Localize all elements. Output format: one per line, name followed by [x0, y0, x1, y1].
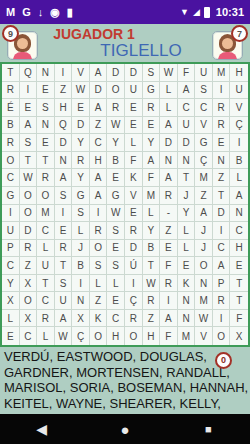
- grid-cell-r12c4[interactable]: T: [55, 257, 73, 275]
- home-button[interactable]: ●: [83, 421, 166, 438]
- signal-icon: ◢: [193, 8, 200, 17]
- grid-cell-r12c8[interactable]: Ú: [125, 257, 143, 275]
- grid-cell-r12c9[interactable]: T: [143, 257, 161, 275]
- grid-cell-r9c5[interactable]: S: [72, 205, 90, 223]
- grid-cell-r6c2[interactable]: T: [20, 152, 38, 170]
- grid-cell-r4c14[interactable]: Ç: [230, 117, 248, 135]
- grid-cell-r8c12[interactable]: Z: [195, 187, 213, 205]
- nav-bar: ◀ ● ■: [0, 414, 250, 444]
- grid-cell-r10c10[interactable]: Z: [160, 222, 178, 240]
- grid-cell-r14c10[interactable]: I: [160, 292, 178, 310]
- grid-cell-r7c4[interactable]: A: [55, 169, 73, 187]
- grid-cell-r8c2[interactable]: O: [20, 187, 38, 205]
- grid-cell-r3c9[interactable]: R: [143, 99, 161, 117]
- grid-cell-r5c11[interactable]: D: [178, 134, 196, 152]
- grid-cell-r9c3[interactable]: M: [37, 205, 55, 223]
- grid-cell-r5c14[interactable]: I: [230, 134, 248, 152]
- grid-cell-r10c9[interactable]: Y: [143, 222, 161, 240]
- grid-cell-r8c13[interactable]: T: [213, 187, 231, 205]
- grid-cell-r7c6[interactable]: A: [90, 169, 108, 187]
- grid-cell-r16c14[interactable]: X: [230, 327, 248, 345]
- grid-cell-r2c13[interactable]: I: [213, 82, 231, 100]
- app-screen: M G ↓ ◉ ▮ ▼ ◢ 10:31 9 JUGADOR 1 TIGLELLO…: [0, 0, 250, 444]
- grid-cell-r7c14[interactable]: L: [230, 169, 248, 187]
- grid-cell-r15c3[interactable]: R: [37, 310, 55, 328]
- grid-cell-r4c3[interactable]: N: [37, 117, 55, 135]
- grid-cell-r13c2[interactable]: X: [20, 275, 38, 293]
- grid-cell-r6c3[interactable]: T: [37, 152, 55, 170]
- grid-cell-r3c1[interactable]: É: [2, 99, 20, 117]
- grid-cell-r5c7[interactable]: Y: [107, 134, 125, 152]
- grid-cell-r15c14[interactable]: F: [230, 310, 248, 328]
- grid-cell-r13c1[interactable]: Y: [2, 275, 20, 293]
- grid-cell-r2c10[interactable]: L: [160, 82, 178, 100]
- grid-cell-r2c2[interactable]: I: [20, 82, 38, 100]
- grid-cell-r3c3[interactable]: S: [37, 99, 55, 117]
- grid-cell-r11c13[interactable]: C: [213, 240, 231, 258]
- grid-cell-r15c12[interactable]: W: [195, 310, 213, 328]
- grid-cell-r12c12[interactable]: O: [195, 257, 213, 275]
- grid-cell-r2c11[interactable]: A: [178, 82, 196, 100]
- grid-cell-r2c14[interactable]: U: [230, 82, 248, 100]
- grid-cell-r9c13[interactable]: D: [213, 205, 231, 223]
- grid-cell-r12c11[interactable]: E: [178, 257, 196, 275]
- letter-grid: TQNIVADDSWFUMHRIEZWDOUGLASIUÉESHEARERLCC…: [0, 62, 250, 347]
- avatar-shirt: [218, 52, 237, 60]
- grid-cell-r11c12[interactable]: J: [195, 240, 213, 258]
- grid-cell-r1c14[interactable]: H: [230, 64, 248, 82]
- grid-cell-r9c12[interactable]: A: [195, 205, 213, 223]
- grid-cell-r4c9[interactable]: E: [143, 117, 161, 135]
- grid-cell-r5c10[interactable]: D: [160, 134, 178, 152]
- grid-cell-r1c2[interactable]: Q: [20, 64, 38, 82]
- clock-text: 10:31: [216, 6, 244, 18]
- word-list-line: GARDNER, MORTENSEN, RANDALL,: [4, 365, 246, 381]
- grid-cell-r12c2[interactable]: Z: [20, 257, 38, 275]
- grid-cell-r2c8[interactable]: U: [125, 82, 143, 100]
- grid-cell-r16c7[interactable]: H: [107, 327, 125, 345]
- grid-cell-r8c1[interactable]: G: [2, 187, 20, 205]
- avatar-face: [222, 38, 233, 49]
- grid-cell-r15c2[interactable]: X: [20, 310, 38, 328]
- grid-cell-r10c14[interactable]: C: [230, 222, 248, 240]
- back-button[interactable]: ◀: [0, 421, 83, 437]
- grid-cell-r4c5[interactable]: D: [72, 117, 90, 135]
- grid-cell-r7c7[interactable]: E: [107, 169, 125, 187]
- grid-cell-r9c10[interactable]: -: [160, 205, 178, 223]
- grid-cell-r15c11[interactable]: N: [178, 310, 196, 328]
- grid-cell-r9c8[interactable]: E: [125, 205, 143, 223]
- grid-cell-r2c6[interactable]: D: [90, 82, 108, 100]
- grid-cell-r2c4[interactable]: Z: [55, 82, 73, 100]
- grid-cell-r4c4[interactable]: Q: [55, 117, 73, 135]
- status-bar-right: ▼ ◢ 10:31: [180, 6, 244, 18]
- grid-cell-r11c5[interactable]: J: [72, 240, 90, 258]
- grid-cell-r3c13[interactable]: R: [213, 99, 231, 117]
- grid-cell-r16c4[interactable]: W: [55, 327, 73, 345]
- grid-cell-r7c9[interactable]: F: [143, 169, 161, 187]
- grid-cell-r3c7[interactable]: R: [107, 99, 125, 117]
- grid-cell-r16c3[interactable]: L: [37, 327, 55, 345]
- grid-cell-r2c5[interactable]: W: [72, 82, 90, 100]
- grid-cell-r3c4[interactable]: H: [55, 99, 73, 117]
- grid-cell-r11c11[interactable]: L: [178, 240, 196, 258]
- grid-cell-r7c11[interactable]: T: [178, 169, 196, 187]
- grid-cell-r8c4[interactable]: S: [55, 187, 73, 205]
- grid-cell-r12c5[interactable]: B: [72, 257, 90, 275]
- grid-cell-r4c8[interactable]: E: [125, 117, 143, 135]
- grid-cell-r7c3[interactable]: R: [37, 169, 55, 187]
- grid-cell-r13c12[interactable]: N: [195, 275, 213, 293]
- grid-cell-r1c1[interactable]: T: [2, 64, 20, 82]
- grid-cell-r12c6[interactable]: S: [90, 257, 108, 275]
- grid-cell-r13c3[interactable]: T: [37, 275, 55, 293]
- grid-cell-r8c8[interactable]: V: [125, 187, 143, 205]
- grid-cell-r15c13[interactable]: I: [213, 310, 231, 328]
- grid-cell-r5c9[interactable]: Y: [143, 134, 161, 152]
- grid-cell-r4c7[interactable]: W: [107, 117, 125, 135]
- grid-cell-r4c13[interactable]: R: [213, 117, 231, 135]
- grid-cell-r8c9[interactable]: M: [143, 187, 161, 205]
- grid-cell-r9c14[interactable]: N: [230, 205, 248, 223]
- grid-cell-r16c13[interactable]: O: [213, 327, 231, 345]
- grid-cell-r2c3[interactable]: E: [37, 82, 55, 100]
- grid-cell-r4c1[interactable]: B: [2, 117, 20, 135]
- recents-button[interactable]: ■: [167, 423, 250, 435]
- status-bar: M G ↓ ◉ ▮ ▼ ◢ 10:31: [0, 0, 250, 24]
- grid-cell-r1c8[interactable]: D: [125, 64, 143, 82]
- grid-cell-r5c13[interactable]: E: [213, 134, 231, 152]
- grid-cell-r14c14[interactable]: T: [230, 292, 248, 310]
- grid-cell-r16c9[interactable]: H: [143, 327, 161, 345]
- grid-cell-r11c10[interactable]: E: [160, 240, 178, 258]
- grid-cell-r8c3[interactable]: O: [37, 187, 55, 205]
- grid-cell-r16c11[interactable]: M: [178, 327, 196, 345]
- grid-cell-r9c11[interactable]: Y: [178, 205, 196, 223]
- grid-cell-r9c2[interactable]: O: [20, 205, 38, 223]
- grid-cell-r6c4[interactable]: N: [55, 152, 73, 170]
- grid-cell-r6c10[interactable]: N: [160, 152, 178, 170]
- gmail-icon: M: [6, 6, 15, 18]
- player1-score-badge: 9: [2, 25, 19, 42]
- grid-cell-r6c14[interactable]: B: [230, 152, 248, 170]
- grid-cell-r6c12[interactable]: Ç: [195, 152, 213, 170]
- grid-cell-r2c1[interactable]: R: [2, 82, 20, 100]
- grid-cell-r3c6[interactable]: A: [90, 99, 108, 117]
- grid-cell-r11c9[interactable]: B: [143, 240, 161, 258]
- grid-cell-r13c13[interactable]: P: [213, 275, 231, 293]
- grid-cell-r10c8[interactable]: R: [125, 222, 143, 240]
- grid-cell-r9c1[interactable]: I: [2, 205, 20, 223]
- grid-cell-r10c7[interactable]: S: [107, 222, 125, 240]
- grid-cell-r12c1[interactable]: C: [2, 257, 20, 275]
- remaining-words-badge: 0: [215, 352, 232, 369]
- grid-cell-r4c2[interactable]: A: [20, 117, 38, 135]
- grid-cell-r10c4[interactable]: E: [55, 222, 73, 240]
- grid-cell-r6c11[interactable]: N: [178, 152, 196, 170]
- grid-cell-r3c8[interactable]: E: [125, 99, 143, 117]
- battery-icon: [204, 7, 210, 18]
- grid-cell-r4c6[interactable]: Z: [90, 117, 108, 135]
- word-list-panel: 0 VERDÚ, EASTWOOD, DOUGLAS,GARDNER, MORT…: [0, 347, 250, 414]
- grid-cell-r12c7[interactable]: S: [107, 257, 125, 275]
- grid-cell-r14c11[interactable]: N: [178, 292, 196, 310]
- grid-cell-r8c6[interactable]: A: [90, 187, 108, 205]
- grid-cell-r13c5[interactable]: I: [72, 275, 90, 293]
- grid-cell-r13c10[interactable]: R: [160, 275, 178, 293]
- word-list-line: MARISOL, SORIA, BOSEMAN, HANNAH,: [4, 380, 246, 396]
- grid-cell-r11c6[interactable]: O: [90, 240, 108, 258]
- grid-cell-r16c1[interactable]: E: [2, 327, 20, 345]
- grid-cell-r10c13[interactable]: I: [213, 222, 231, 240]
- grid-cell-r15c8[interactable]: R: [125, 310, 143, 328]
- grid-cell-r7c13[interactable]: Z: [213, 169, 231, 187]
- grid-cell-r14c4[interactable]: U: [55, 292, 73, 310]
- grid-cell-r1c13[interactable]: M: [213, 64, 231, 82]
- grid-cell-r11c2[interactable]: R: [20, 240, 38, 258]
- word-list-line: KEITEL, WAYNE, SHEARER, KELLY,: [4, 396, 246, 412]
- grid-cell-r4c11[interactable]: U: [178, 117, 196, 135]
- grid-cell-r6c13[interactable]: N: [213, 152, 231, 170]
- grid-cell-r3c5[interactable]: E: [72, 99, 90, 117]
- grid-cell-r8c11[interactable]: J: [178, 187, 196, 205]
- grid-cell-r1c7[interactable]: D: [107, 64, 125, 82]
- grid-cell-r6c9[interactable]: A: [143, 152, 161, 170]
- grid-cell-r14c1[interactable]: X: [2, 292, 20, 310]
- grid-cell-r1c6[interactable]: A: [90, 64, 108, 82]
- grid-cell-r11c1[interactable]: P: [2, 240, 20, 258]
- grid-cell-r8c5[interactable]: G: [72, 187, 90, 205]
- avatar-shirt: [13, 52, 32, 60]
- grid-cell-r10c11[interactable]: L: [178, 222, 196, 240]
- download-icon: ↓: [38, 6, 44, 18]
- grid-cell-r15c7[interactable]: C: [107, 310, 125, 328]
- grid-cell-r4c12[interactable]: V: [195, 117, 213, 135]
- grid-cell-r14c7[interactable]: E: [107, 292, 125, 310]
- grid-cell-r7c5[interactable]: Y: [72, 169, 90, 187]
- grid-cell-r16c12[interactable]: V: [195, 327, 213, 345]
- grid-cell-r13c8[interactable]: I: [125, 275, 143, 293]
- grid-cell-r3c12[interactable]: C: [195, 99, 213, 117]
- grid-cell-r5c1[interactable]: R: [2, 134, 20, 152]
- grid-cell-r6c1[interactable]: O: [2, 152, 20, 170]
- grid-cell-r13c6[interactable]: L: [90, 275, 108, 293]
- game-header: 9 JUGADOR 1 TIGLELLO 7: [0, 24, 250, 62]
- grid-cell-r11c3[interactable]: L: [37, 240, 55, 258]
- grid-cell-r9c9[interactable]: L: [143, 205, 161, 223]
- grid-cell-r8c7[interactable]: G: [107, 187, 125, 205]
- grid-cell-r1c5[interactable]: V: [72, 64, 90, 82]
- record-icon: ◉: [50, 6, 60, 19]
- grid-cell-r15c6[interactable]: K: [90, 310, 108, 328]
- grid-cell-r2c7[interactable]: O: [107, 82, 125, 100]
- grid-cell-r11c7[interactable]: E: [107, 240, 125, 258]
- grid-cell-r14c13[interactable]: R: [213, 292, 231, 310]
- grid-cell-r10c1[interactable]: U: [2, 222, 20, 240]
- grid-cell-r15c4[interactable]: A: [55, 310, 73, 328]
- grid-cell-r15c9[interactable]: Z: [143, 310, 161, 328]
- grid-cell-r16c2[interactable]: C: [20, 327, 38, 345]
- grid-cell-r11c14[interactable]: H: [230, 240, 248, 258]
- grid-cell-r13c4[interactable]: S: [55, 275, 73, 293]
- status-bar-left: M G ↓ ◉ ▮: [6, 6, 73, 19]
- grid-cell-r3c11[interactable]: C: [178, 99, 196, 117]
- grid-cell-r1c10[interactable]: W: [160, 64, 178, 82]
- grid-cell-r13c14[interactable]: T: [230, 275, 248, 293]
- grid-cell-r3c10[interactable]: L: [160, 99, 178, 117]
- grid-cell-r5c3[interactable]: E: [37, 134, 55, 152]
- grid-cell-r2c9[interactable]: G: [143, 82, 161, 100]
- grid-cell-r16c5[interactable]: Ç: [72, 327, 90, 345]
- grid-cell-r7c1[interactable]: C: [2, 169, 20, 187]
- grid-cell-r5c8[interactable]: L: [125, 134, 143, 152]
- grid-cell-r5c12[interactable]: G: [195, 134, 213, 152]
- grid-cell-r7c2[interactable]: W: [20, 169, 38, 187]
- grid-cell-r13c7[interactable]: L: [107, 275, 125, 293]
- grid-cell-r14c8[interactable]: Ç: [125, 292, 143, 310]
- player-turn-label: JUGADOR 1: [0, 26, 188, 42]
- grid-cell-r14c6[interactable]: Z: [90, 292, 108, 310]
- grid-cell-r1c9[interactable]: S: [143, 64, 161, 82]
- grid-cell-r10c6[interactable]: R: [90, 222, 108, 240]
- grid-cell-r15c5[interactable]: X: [72, 310, 90, 328]
- grid-cell-r3c14[interactable]: V: [230, 99, 248, 117]
- grid-cell-r13c9[interactable]: W: [143, 275, 161, 293]
- grid-cell-r12c13[interactable]: A: [213, 257, 231, 275]
- grid-cell-r6c5[interactable]: R: [72, 152, 90, 170]
- grid-cell-r10c3[interactable]: C: [37, 222, 55, 240]
- grid-cell-r7c8[interactable]: K: [125, 169, 143, 187]
- grid-cell-r3c2[interactable]: E: [20, 99, 38, 117]
- grid-cell-r15c10[interactable]: A: [160, 310, 178, 328]
- grid-cell-r16c8[interactable]: O: [125, 327, 143, 345]
- grid-cell-r1c12[interactable]: U: [195, 64, 213, 82]
- grid-cell-r10c5[interactable]: L: [72, 222, 90, 240]
- grid-cell-r5c5[interactable]: Y: [72, 134, 90, 152]
- grid-cell-r15c1[interactable]: L: [2, 310, 20, 328]
- word-list-line: VERDÚ, EASTWOOD, DOUGLAS,: [4, 349, 246, 365]
- grid-cell-r7c12[interactable]: M: [195, 169, 213, 187]
- grid-cell-r14c12[interactable]: M: [195, 292, 213, 310]
- grid-cell-r12c14[interactable]: E: [230, 257, 248, 275]
- grid-cell-r4c10[interactable]: A: [160, 117, 178, 135]
- grid-cell-r6c8[interactable]: F: [125, 152, 143, 170]
- grid-cell-r1c4[interactable]: I: [55, 64, 73, 82]
- grid-cell-r14c3[interactable]: C: [37, 292, 55, 310]
- grid-cell-r6c6[interactable]: H: [90, 152, 108, 170]
- grid-cell-r9c6[interactable]: I: [90, 205, 108, 223]
- wifi-icon: ▼: [180, 8, 189, 17]
- grid-cell-r6c7[interactable]: B: [107, 152, 125, 170]
- google-icon: G: [22, 6, 31, 18]
- grid-cell-r11c8[interactable]: D: [125, 240, 143, 258]
- grid-cell-r5c6[interactable]: C: [90, 134, 108, 152]
- grid-cell-r1c11[interactable]: F: [178, 64, 196, 82]
- grid-cell-r14c2[interactable]: O: [20, 292, 38, 310]
- grid-cell-r9c7[interactable]: W: [107, 205, 125, 223]
- grid-cell-r11c4[interactable]: R: [55, 240, 73, 258]
- grid-cell-r10c2[interactable]: D: [20, 222, 38, 240]
- grid-cell-r12c10[interactable]: F: [160, 257, 178, 275]
- grid-cell-r9c4[interactable]: I: [55, 205, 73, 223]
- player2-score-badge: 7: [231, 25, 248, 42]
- grid-cell-r14c9[interactable]: R: [143, 292, 161, 310]
- grid-cell-r16c10[interactable]: F: [160, 327, 178, 345]
- grid-cell-r16c6[interactable]: O: [90, 327, 108, 345]
- grid-cell-r2c12[interactable]: S: [195, 82, 213, 100]
- grid-cell-r1c3[interactable]: N: [37, 64, 55, 82]
- grid-cell-r7c10[interactable]: A: [160, 169, 178, 187]
- grid-cell-r5c4[interactable]: D: [55, 134, 73, 152]
- file-icon: ▮: [67, 6, 73, 19]
- grid-cell-r8c10[interactable]: R: [160, 187, 178, 205]
- grid-cell-r12c3[interactable]: U: [37, 257, 55, 275]
- grid-cell-r14c5[interactable]: N: [72, 292, 90, 310]
- grid-cell-r5c2[interactable]: S: [20, 134, 38, 152]
- grid-cell-r10c12[interactable]: J: [195, 222, 213, 240]
- grid-cell-r8c14[interactable]: A: [230, 187, 248, 205]
- word-list: VERDÚ, EASTWOOD, DOUGLAS,GARDNER, MORTEN…: [4, 349, 246, 411]
- grid-cell-r13c11[interactable]: K: [178, 275, 196, 293]
